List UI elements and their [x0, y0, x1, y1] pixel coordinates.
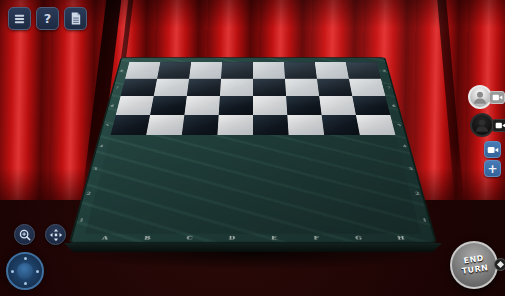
camera-icon: [492, 93, 503, 102]
board-grid[interactable]: [85, 62, 421, 233]
square-h5[interactable]: [349, 79, 385, 96]
square-g6[interactable]: [315, 62, 349, 78]
camera-joystick[interactable]: [6, 252, 44, 290]
square-h6[interactable]: [346, 62, 381, 78]
board-side-edge: [64, 243, 442, 252]
coord-label: C: [168, 234, 211, 242]
square-e6[interactable]: [253, 62, 285, 78]
end-turn-badge[interactable]: [494, 258, 505, 271]
coord-label: G: [337, 234, 381, 242]
coord-label: B: [125, 234, 169, 242]
end-turn-label: END TURN: [459, 254, 488, 277]
joystick-dot: [24, 257, 27, 260]
diamond-icon: [497, 261, 504, 268]
square-b4[interactable]: [150, 96, 187, 115]
square-e5[interactable]: [253, 79, 286, 96]
player-white-camera-badge[interactable]: [489, 91, 505, 104]
hamburger-icon: [12, 11, 27, 26]
square-a6[interactable]: [125, 62, 160, 78]
square-d4[interactable]: [219, 96, 253, 115]
coord-label: H: [379, 234, 423, 242]
square-h4[interactable]: [352, 96, 390, 115]
pan-button[interactable]: [45, 224, 66, 245]
end-turn-button[interactable]: END TURN: [450, 241, 498, 289]
square-b6[interactable]: [157, 62, 191, 78]
square-c4[interactable]: [184, 96, 220, 115]
menu-button[interactable]: [8, 7, 31, 30]
square-a3[interactable]: [111, 115, 150, 135]
avatar-dark-icon: [473, 116, 491, 134]
square-a5[interactable]: [121, 79, 157, 96]
square-c6[interactable]: [189, 62, 222, 78]
joystick-dot: [11, 270, 14, 273]
coord-label: D: [210, 234, 253, 242]
help-button[interactable]: ?: [36, 7, 59, 30]
coord-label: F: [295, 234, 338, 242]
player-black-camera-badge[interactable]: [492, 119, 505, 132]
question-icon: ?: [44, 12, 52, 25]
zoom-button[interactable]: [14, 224, 35, 245]
square-f6[interactable]: [284, 62, 317, 78]
square-g3[interactable]: [322, 115, 360, 135]
video-button[interactable]: [484, 141, 501, 158]
news-button[interactable]: [64, 7, 87, 30]
joystick-dot: [24, 282, 27, 285]
square-f5[interactable]: [285, 79, 319, 96]
square-h3[interactable]: [356, 115, 395, 135]
document-icon: [68, 11, 83, 26]
board-frame: ABCDEFGH 87654321 87654321: [69, 57, 437, 243]
video-camera-icon: [487, 145, 499, 155]
coord-label: A: [83, 234, 127, 242]
square-g5[interactable]: [317, 79, 352, 96]
square-d6[interactable]: [221, 62, 253, 78]
square-e4[interactable]: [253, 96, 287, 115]
square-f3[interactable]: [287, 115, 324, 135]
square-c3[interactable]: [182, 115, 219, 135]
file-labels: ABCDEFGH: [83, 234, 423, 242]
joystick-hub[interactable]: [17, 263, 33, 279]
square-d3[interactable]: [217, 115, 253, 135]
square-f4[interactable]: [286, 96, 322, 115]
avatar-light-icon: [471, 88, 489, 106]
move-arrows-icon: [49, 228, 63, 242]
chess-app-scene: ABCDEFGH 87654321 87654321 ?: [0, 0, 505, 296]
coord-label: E: [253, 234, 296, 242]
add-button[interactable]: +: [484, 160, 501, 177]
camera-icon: [495, 121, 505, 130]
square-c5[interactable]: [187, 79, 221, 96]
square-d5[interactable]: [220, 79, 253, 96]
square-b5[interactable]: [154, 79, 189, 96]
chess-board-3d: ABCDEFGH 87654321 87654321: [69, 57, 437, 243]
square-e3[interactable]: [253, 115, 289, 135]
player-black-avatar[interactable]: [470, 113, 494, 137]
square-b3[interactable]: [146, 115, 184, 135]
joystick-dot: [36, 270, 39, 273]
square-a4[interactable]: [116, 96, 154, 115]
square-g4[interactable]: [319, 96, 356, 115]
plus-icon: +: [487, 163, 497, 175]
magnifier-icon: [18, 228, 32, 242]
